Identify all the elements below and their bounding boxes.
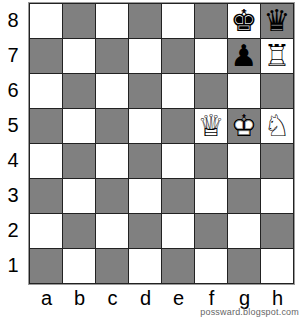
square-g1[interactable] [228, 249, 260, 283]
square-a3[interactable] [30, 179, 62, 213]
square-g4[interactable] [228, 144, 260, 178]
square-g6[interactable] [228, 74, 260, 108]
square-g8[interactable]: ♚ [228, 4, 260, 38]
rank-label-5: 5 [0, 108, 26, 143]
piece-white-knight: ♞♘ [261, 109, 293, 143]
square-f4[interactable] [195, 144, 227, 178]
square-f1[interactable] [195, 249, 227, 283]
square-c7[interactable] [96, 39, 128, 73]
rank-label-4: 4 [0, 143, 26, 178]
square-b8[interactable] [63, 4, 95, 38]
square-e4[interactable] [162, 144, 194, 178]
square-e7[interactable] [162, 39, 194, 73]
square-h8[interactable]: ♛ [261, 4, 293, 38]
square-b4[interactable] [63, 144, 95, 178]
chess-board: ♚♛♟♜♖♛♕♚♔♞♘ [29, 3, 294, 284]
square-c8[interactable] [96, 4, 128, 38]
square-c1[interactable] [96, 249, 128, 283]
rank-label-1: 1 [0, 248, 26, 283]
piece-white-queen: ♛♕ [195, 109, 227, 143]
file-label-d: d [129, 287, 162, 310]
square-h6[interactable] [261, 74, 293, 108]
square-d2[interactable] [129, 214, 161, 248]
square-f7[interactable] [195, 39, 227, 73]
square-a7[interactable] [30, 39, 62, 73]
square-e5[interactable] [162, 109, 194, 143]
square-f8[interactable] [195, 4, 227, 38]
square-c2[interactable] [96, 214, 128, 248]
board-frame: ♚♛♟♜♖♛♕♚♔♞♘ [28, 2, 295, 285]
square-h5[interactable]: ♞♘ [261, 109, 293, 143]
square-g2[interactable] [228, 214, 260, 248]
square-a6[interactable] [30, 74, 62, 108]
square-d7[interactable] [129, 39, 161, 73]
square-a5[interactable] [30, 109, 62, 143]
square-d8[interactable] [129, 4, 161, 38]
square-c6[interactable] [96, 74, 128, 108]
square-f6[interactable] [195, 74, 227, 108]
piece-black-pawn: ♟ [228, 39, 260, 73]
square-c4[interactable] [96, 144, 128, 178]
square-g3[interactable] [228, 179, 260, 213]
piece-outline-layer: ♕ [195, 109, 227, 143]
file-label-b: b [63, 287, 96, 310]
rank-label-3: 3 [0, 178, 26, 213]
file-label-c: c [96, 287, 129, 310]
piece-white-king: ♚♔ [228, 109, 260, 143]
piece-outline-layer: ♘ [261, 109, 293, 143]
piece-outline-layer: ♖ [261, 39, 293, 73]
watermark: possward.blogspot.com [200, 307, 299, 317]
square-b7[interactable] [63, 39, 95, 73]
square-a1[interactable] [30, 249, 62, 283]
square-f5[interactable]: ♛♕ [195, 109, 227, 143]
square-e6[interactable] [162, 74, 194, 108]
piece-outline-layer: ♔ [228, 109, 260, 143]
square-d1[interactable] [129, 249, 161, 283]
rank-label-7: 7 [0, 38, 26, 73]
square-h2[interactable] [261, 214, 293, 248]
rank-labels: 87654321 [0, 3, 26, 283]
square-h4[interactable] [261, 144, 293, 178]
square-b2[interactable] [63, 214, 95, 248]
square-b1[interactable] [63, 249, 95, 283]
piece-black-queen: ♛ [261, 4, 293, 38]
square-e2[interactable] [162, 214, 194, 248]
square-d4[interactable] [129, 144, 161, 178]
square-c5[interactable] [96, 109, 128, 143]
square-c3[interactable] [96, 179, 128, 213]
square-h3[interactable] [261, 179, 293, 213]
square-f2[interactable] [195, 214, 227, 248]
square-f3[interactable] [195, 179, 227, 213]
square-d6[interactable] [129, 74, 161, 108]
square-d5[interactable] [129, 109, 161, 143]
square-b3[interactable] [63, 179, 95, 213]
square-e1[interactable] [162, 249, 194, 283]
square-g7[interactable]: ♟ [228, 39, 260, 73]
piece-white-rook: ♜♖ [261, 39, 293, 73]
rank-label-8: 8 [0, 3, 26, 38]
square-h1[interactable] [261, 249, 293, 283]
square-e3[interactable] [162, 179, 194, 213]
square-h7[interactable]: ♜♖ [261, 39, 293, 73]
file-label-a: a [30, 287, 63, 310]
square-a8[interactable] [30, 4, 62, 38]
chess-diagram: 87654321 ♚♛♟♜♖♛♕♚♔♞♘ abcdefgh possward.b… [0, 0, 302, 320]
file-label-e: e [162, 287, 195, 310]
rank-label-6: 6 [0, 73, 26, 108]
square-b6[interactable] [63, 74, 95, 108]
piece-black-king: ♚ [228, 4, 260, 38]
square-d3[interactable] [129, 179, 161, 213]
square-a2[interactable] [30, 214, 62, 248]
square-g5[interactable]: ♚♔ [228, 109, 260, 143]
square-b5[interactable] [63, 109, 95, 143]
square-e8[interactable] [162, 4, 194, 38]
square-a4[interactable] [30, 144, 62, 178]
rank-label-2: 2 [0, 213, 26, 248]
